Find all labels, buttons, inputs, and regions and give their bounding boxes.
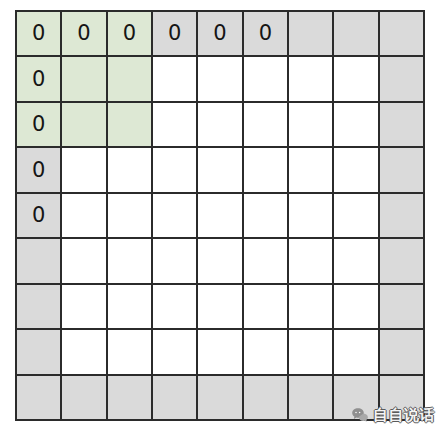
- cell-r1c7: [334, 57, 377, 100]
- cell-r6c8: [380, 285, 423, 328]
- cell-r4c7: [334, 194, 377, 237]
- cell-r6c4: [198, 285, 241, 328]
- board: 0000000000: [15, 10, 425, 421]
- cell-r6c5: [244, 285, 287, 328]
- cell-r7c2: [108, 330, 151, 373]
- cell-r2c5: [244, 103, 287, 146]
- cell-r3c7: [334, 148, 377, 191]
- cell-r2c4: [198, 103, 241, 146]
- cell-r8c3: [153, 376, 196, 419]
- cell-r2c3: [153, 103, 196, 146]
- cell-r4c5: [244, 194, 287, 237]
- cell-r3c1: [62, 148, 105, 191]
- cell-r4c1: [62, 194, 105, 237]
- cell-r7c0: [17, 330, 60, 373]
- cell-r5c2: [108, 239, 151, 282]
- cell-r1c6: [289, 57, 332, 100]
- cell-r6c0: [17, 285, 60, 328]
- cell-r3c6: [289, 148, 332, 191]
- cell-r1c2: [108, 57, 151, 100]
- cell-r4c8: [380, 194, 423, 237]
- cell-r8c1: [62, 376, 105, 419]
- cell-r2c8: [380, 103, 423, 146]
- chat-bubbles-icon: [351, 407, 369, 424]
- cell-r8c4: [198, 376, 241, 419]
- cell-r1c4: [198, 57, 241, 100]
- cell-r1c1: [62, 57, 105, 100]
- cell-r2c0: 0: [17, 103, 60, 146]
- cell-r1c0: 0: [17, 57, 60, 100]
- cell-r3c8: [380, 148, 423, 191]
- cell-r7c3: [153, 330, 196, 373]
- cell-r2c7: [334, 103, 377, 146]
- watermark-text: 自自说话: [373, 406, 435, 425]
- cell-r5c7: [334, 239, 377, 282]
- cell-r3c0: 0: [17, 148, 60, 191]
- cell-r8c2: [108, 376, 151, 419]
- cell-r8c6: [289, 376, 332, 419]
- cell-r7c8: [380, 330, 423, 373]
- cell-r7c1: [62, 330, 105, 373]
- cell-r5c6: [289, 239, 332, 282]
- cell-r4c4: [198, 194, 241, 237]
- cell-r5c8: [380, 239, 423, 282]
- cell-r0c0: 0: [17, 12, 60, 55]
- cell-r0c7: [334, 12, 377, 55]
- cell-r1c5: [244, 57, 287, 100]
- watermark: 自自说话: [351, 406, 435, 425]
- padding-diagram: 0000000000 自自说话: [0, 0, 436, 432]
- cell-r6c1: [62, 285, 105, 328]
- cell-r2c2: [108, 103, 151, 146]
- cell-r0c1: 0: [62, 12, 105, 55]
- cell-r7c5: [244, 330, 287, 373]
- cell-r5c3: [153, 239, 196, 282]
- cell-r4c6: [289, 194, 332, 237]
- cell-r4c2: [108, 194, 151, 237]
- cell-r7c6: [289, 330, 332, 373]
- cell-r7c7: [334, 330, 377, 373]
- cell-r6c3: [153, 285, 196, 328]
- cell-r0c3: 0: [153, 12, 196, 55]
- cell-r0c4: 0: [198, 12, 241, 55]
- cell-r0c6: [289, 12, 332, 55]
- cell-r5c5: [244, 239, 287, 282]
- cell-r2c6: [289, 103, 332, 146]
- cell-r1c3: [153, 57, 196, 100]
- cell-r7c4: [198, 330, 241, 373]
- cell-r5c4: [198, 239, 241, 282]
- cell-r6c6: [289, 285, 332, 328]
- cell-r2c1: [62, 103, 105, 146]
- cell-r0c8: [380, 12, 423, 55]
- cell-r5c1: [62, 239, 105, 282]
- cell-r3c3: [153, 148, 196, 191]
- cell-r4c0: 0: [17, 194, 60, 237]
- cell-r5c0: [17, 239, 60, 282]
- cell-r6c7: [334, 285, 377, 328]
- cell-r1c8: [380, 57, 423, 100]
- cell-r0c2: 0: [108, 12, 151, 55]
- cell-r0c5: 0: [244, 12, 287, 55]
- cell-r8c0: [17, 376, 60, 419]
- cell-r8c5: [244, 376, 287, 419]
- cell-r3c5: [244, 148, 287, 191]
- cell-r3c2: [108, 148, 151, 191]
- cell-r6c2: [108, 285, 151, 328]
- cell-r4c3: [153, 194, 196, 237]
- cell-r3c4: [198, 148, 241, 191]
